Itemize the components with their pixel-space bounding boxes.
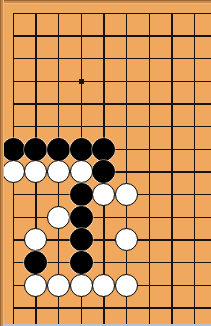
go-stone-white [47,274,70,297]
go-stone-black [70,251,93,274]
go-stone-black [24,251,47,274]
go-stone-white [2,160,25,183]
go-stone-black [47,138,70,161]
go-stone-black [24,138,47,161]
grid-line-horizontal [13,81,211,82]
go-stone-white [24,228,47,251]
grid-line-horizontal [13,35,211,36]
go-stone-black [2,138,25,161]
grid-line-horizontal [13,58,211,59]
board-top-edge [0,0,211,4]
go-stone-black [70,138,93,161]
go-stone-white [115,183,138,206]
go-stone-white [70,160,93,183]
star-point [79,79,84,84]
grid-line-horizontal [13,103,211,104]
grid-line-vertical [171,13,172,326]
go-stone-white [92,274,115,297]
grid-line-horizontal [13,126,211,127]
go-stone-black [92,138,115,161]
grid-line-horizontal [13,13,211,14]
grid-line-horizontal [13,307,211,308]
go-stone-black [70,228,93,251]
go-stone-white [47,160,70,183]
go-stone-black [70,206,93,229]
go-stone-black [92,160,115,183]
go-stone-white [115,228,138,251]
go-stone-white [47,206,70,229]
go-board [0,0,211,326]
grid-line-horizontal [13,217,211,218]
go-diagram [0,0,211,326]
go-stone-white [92,183,115,206]
go-stone-black [70,183,93,206]
go-stone-white [70,274,93,297]
board-left-edge [0,0,4,326]
go-stone-white [115,274,138,297]
go-stone-white [24,160,47,183]
grid-line-vertical [149,13,150,326]
grid-line-vertical [194,13,195,326]
go-stone-white [24,274,47,297]
